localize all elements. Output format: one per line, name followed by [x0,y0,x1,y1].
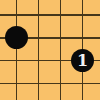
intersection-col4-row3[interactable]: 1 [72,49,94,72]
go-board[interactable]: 1 [0,0,100,100]
black-stone[interactable] [5,26,28,49]
move-number-label: 1 [77,52,88,68]
black-stone-move-1[interactable]: 1 [71,49,94,72]
intersection-grid: 1 [6,4,94,95]
intersection-col1-row2[interactable] [6,26,28,49]
